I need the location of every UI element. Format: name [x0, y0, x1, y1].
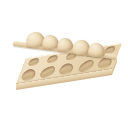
hole-r1c1-empty	[39, 65, 57, 78]
hole-r1c0-empty	[19, 68, 38, 80]
hole-r1c2-empty	[57, 62, 76, 74]
product-photo	[0, 0, 128, 128]
hole-r1c3-empty	[78, 58, 95, 73]
hole-r0c0-under-piece	[27, 58, 40, 66]
hole-r0c1-under-piece	[46, 55, 59, 63]
